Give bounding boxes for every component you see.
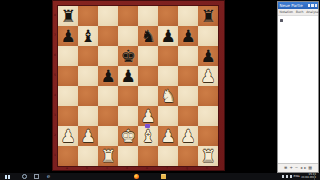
panel-toolbar: ≡+−◂▸▦ (278, 163, 318, 172)
square-g1[interactable] (178, 146, 198, 166)
piece-white-rook-h1[interactable]: ♜ (198, 146, 218, 166)
panel-menubar: NotationBuchAnalyse (278, 9, 318, 16)
chess-board[interactable]: ♜♜♟♝♞♟♟♚♟♟♟♟♞♟♟♟♚♝♟♟♜♜ (57, 5, 219, 167)
piece-black-rook-h8[interactable]: ♜ (198, 6, 218, 26)
piece-white-king-d2[interactable]: ♚ (118, 126, 138, 146)
firefox-icon[interactable] (134, 174, 139, 179)
menu-item-buch[interactable]: Buch (296, 9, 304, 15)
square-g7[interactable]: ♟ (178, 26, 198, 46)
piece-black-pawn-c5[interactable]: ♟ (98, 66, 118, 86)
square-f3[interactable] (158, 106, 178, 126)
network-icon[interactable] (286, 175, 289, 178)
square-a6[interactable] (58, 46, 78, 66)
square-f5[interactable] (158, 66, 178, 86)
square-d7[interactable] (118, 26, 138, 46)
square-f8[interactable] (158, 6, 178, 26)
file-label-c: c (97, 166, 117, 171)
square-b2[interactable]: ♟ (78, 126, 98, 146)
square-f4[interactable]: ♞ (158, 86, 178, 106)
square-e6[interactable] (138, 46, 158, 66)
rank-label-6: 6 (54, 45, 57, 65)
rank-label-4: 4 (54, 85, 57, 105)
close-button[interactable] (315, 4, 318, 7)
square-b6[interactable] (78, 46, 98, 66)
notation-window: Neue Partie NotationBuchAnalyse ≡+−◂▸▦ (277, 1, 319, 173)
square-g6[interactable] (178, 46, 198, 66)
maximize-button[interactable] (311, 4, 314, 7)
square-g2[interactable]: ♟ (178, 126, 198, 146)
piece-black-rook-a8[interactable]: ♜ (58, 6, 78, 26)
square-e2[interactable]: ♝ (138, 126, 158, 146)
panel-toolbar-icon-1[interactable]: + (289, 164, 292, 172)
square-h1[interactable]: ♜ (198, 146, 218, 166)
square-e1[interactable] (138, 146, 158, 166)
file-explorer-icon[interactable] (161, 175, 166, 179)
square-a3[interactable] (58, 106, 78, 126)
tray-icons (282, 175, 293, 178)
system-tray: ENG 15:13 23.04.2024 (282, 173, 316, 180)
piece-white-pawn-f2[interactable]: ♟ (158, 126, 178, 146)
square-f1[interactable] (158, 146, 178, 166)
square-f7[interactable]: ♟ (158, 26, 178, 46)
window-buttons (308, 4, 319, 7)
square-c6[interactable] (98, 46, 118, 66)
file-label-f: f (157, 166, 177, 171)
panel-toolbar-icon-0[interactable]: ≡ (284, 164, 287, 172)
square-b7[interactable]: ♝ (78, 26, 98, 46)
piece-black-knight-e7[interactable]: ♞ (138, 26, 158, 46)
square-g4[interactable] (178, 86, 198, 106)
square-d8[interactable] (118, 6, 138, 26)
piece-white-pawn-g2[interactable]: ♟ (178, 126, 198, 146)
square-a7[interactable]: ♟ (58, 26, 78, 46)
square-c8[interactable] (98, 6, 118, 26)
notation-entry-mark (280, 19, 283, 22)
square-c2[interactable] (98, 126, 118, 146)
volume-icon[interactable] (290, 175, 293, 178)
panel-toolbar-icon-5[interactable]: ▦ (308, 164, 312, 172)
file-label-d: d (117, 166, 137, 171)
square-d2[interactable]: ♚ (118, 126, 138, 146)
square-c4[interactable] (98, 86, 118, 106)
square-d4[interactable] (118, 86, 138, 106)
square-g3[interactable] (178, 106, 198, 126)
square-g8[interactable] (178, 6, 198, 26)
piece-white-pawn-a2[interactable]: ♟ (58, 126, 78, 146)
panel-toolbar-icon-2[interactable]: − (295, 164, 298, 172)
square-a5[interactable] (58, 66, 78, 86)
file-label-a: a (57, 166, 77, 171)
square-h5[interactable]: ♟ (198, 66, 218, 86)
square-e7[interactable]: ♞ (138, 26, 158, 46)
notation-area[interactable] (278, 16, 318, 163)
piece-white-pawn-b2[interactable]: ♟ (78, 126, 98, 146)
edge-icon[interactable]: e (46, 174, 51, 179)
square-g5[interactable] (178, 66, 198, 86)
annotation-marker (145, 124, 150, 128)
square-h3[interactable] (198, 106, 218, 126)
square-h4[interactable] (198, 86, 218, 106)
rank-label-2: 2 (54, 125, 57, 145)
start-button-windows-icon[interactable] (5, 175, 10, 180)
square-a4[interactable] (58, 86, 78, 106)
minimize-button[interactable] (308, 4, 311, 7)
rank-label-8: 8 (54, 5, 57, 25)
square-c1[interactable]: ♜ (98, 146, 118, 166)
show-desktop-button[interactable] (314, 173, 317, 180)
piece-black-pawn-d5[interactable]: ♟ (118, 66, 138, 86)
language-indicator[interactable]: ENG (294, 173, 300, 180)
piece-black-pawn-f7[interactable]: ♟ (158, 26, 178, 46)
square-d5[interactable]: ♟ (118, 66, 138, 86)
rank-label-7: 7 (54, 25, 57, 45)
square-c5[interactable]: ♟ (98, 66, 118, 86)
panel-toolbar-icon-3[interactable]: ◂ (300, 164, 302, 172)
file-label-b: b (77, 166, 97, 171)
square-e5[interactable] (138, 66, 158, 86)
square-b1[interactable] (78, 146, 98, 166)
window-titlebar[interactable]: Neue Partie (278, 2, 318, 9)
square-a8[interactable]: ♜ (58, 6, 78, 26)
square-f2[interactable]: ♟ (158, 126, 178, 146)
menu-item-analyse[interactable]: Analyse (306, 9, 319, 15)
square-c3[interactable] (98, 106, 118, 126)
piece-black-pawn-g7[interactable]: ♟ (178, 26, 198, 46)
chess-board-frame: ♜♜♟♝♞♟♟♚♟♟♟♟♞♟♟♟♚♝♟♟♜♜ 87654321 abcdefgh (52, 0, 225, 171)
rank-label-5: 5 (54, 65, 57, 85)
piece-black-king-d6[interactable]: ♚ (118, 46, 138, 66)
menu-item-notation[interactable]: Notation (280, 9, 294, 15)
cortana-icon[interactable] (22, 174, 27, 179)
piece-black-pawn-h6[interactable]: ♟ (198, 46, 218, 66)
square-h7[interactable] (198, 26, 218, 46)
square-c7[interactable] (98, 26, 118, 46)
piece-black-bishop-b7[interactable]: ♝ (78, 26, 98, 46)
square-b3[interactable] (78, 106, 98, 126)
panel-toolbar-icon-4[interactable]: ▸ (304, 164, 306, 172)
square-a1[interactable] (58, 146, 78, 166)
square-e3[interactable]: ♟ (138, 106, 158, 126)
piece-black-pawn-a7[interactable]: ♟ (58, 26, 78, 46)
square-a2[interactable]: ♟ (58, 126, 78, 146)
task-view-icon[interactable] (34, 174, 39, 179)
square-d1[interactable] (118, 146, 138, 166)
square-d6[interactable]: ♚ (118, 46, 138, 66)
rank-label-3: 3 (54, 105, 57, 125)
square-h8[interactable]: ♜ (198, 6, 218, 26)
piece-white-pawn-h5[interactable]: ♟ (198, 66, 218, 86)
square-d3[interactable] (118, 106, 138, 126)
file-label-g: g (177, 166, 197, 171)
square-b4[interactable] (78, 86, 98, 106)
square-b8[interactable] (78, 6, 98, 26)
square-e4[interactable] (138, 86, 158, 106)
window-title: Neue Partie (278, 2, 308, 9)
file-label-h: h (197, 166, 217, 171)
windows-taskbar: ENG 15:13 23.04.2024 e (0, 173, 320, 180)
square-b5[interactable] (78, 66, 98, 86)
rank-label-1: 1 (54, 145, 57, 165)
file-label-e: e (137, 166, 157, 171)
piece-white-knight-f4[interactable]: ♞ (158, 86, 178, 106)
square-f6[interactable] (158, 46, 178, 66)
square-h2[interactable] (198, 126, 218, 146)
piece-white-bishop-e2[interactable]: ♝ (138, 126, 158, 146)
caret-up-icon[interactable] (282, 175, 285, 178)
square-e8[interactable] (138, 6, 158, 26)
piece-white-pawn-e3[interactable]: ♟ (138, 106, 158, 126)
square-h6[interactable]: ♟ (198, 46, 218, 66)
piece-white-rook-c1[interactable]: ♜ (98, 146, 118, 166)
